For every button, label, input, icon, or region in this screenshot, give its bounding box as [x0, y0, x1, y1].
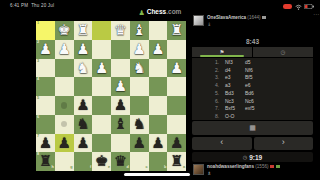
file-label-d: d — [126, 166, 128, 170]
square-d1[interactable]: ♛ — [111, 21, 130, 40]
white-move[interactable]: a3 — [225, 82, 245, 88]
file-label-g: g — [70, 166, 72, 170]
player-bottom-row[interactable]: noahdwasserlingfans (1556) ♗ — [193, 164, 313, 177]
black-rook-h8: ♜ — [39, 154, 52, 169]
black-move[interactable]: Bf5 — [245, 74, 253, 80]
white-move[interactable]: Nc3 — [225, 98, 245, 104]
square-b7[interactable]: ♟ — [149, 134, 168, 153]
move-navigation: ‹ › — [192, 137, 313, 150]
square-a5[interactable] — [167, 96, 186, 115]
square-h7[interactable]: 7♟ — [36, 134, 55, 153]
square-d3[interactable] — [111, 59, 130, 78]
file-label-e: e — [108, 166, 110, 170]
forward-arrow-icon: › — [282, 138, 285, 147]
legal-move-dot-g5[interactable] — [61, 102, 68, 109]
white-move[interactable]: Bxf5 — [225, 105, 245, 111]
player-top-name: OneSlavaAmerica (1644) — [207, 15, 266, 21]
black-move[interactable]: Bd6 — [245, 90, 254, 96]
white-pawn-b2: ♟ — [151, 42, 164, 57]
white-pawn-e3: ♟ — [95, 61, 108, 76]
square-e4[interactable] — [92, 77, 111, 96]
black-move[interactable]: e6 — [245, 82, 251, 88]
square-e2[interactable] — [92, 40, 111, 59]
square-f4[interactable] — [74, 77, 93, 96]
square-b5[interactable] — [149, 96, 168, 115]
square-c6[interactable]: ♞ — [130, 115, 149, 134]
chesscom-logo-text: Chess — [147, 8, 167, 15]
square-b2[interactable]: ♟ — [149, 40, 168, 59]
move-row-7: 7.Bxf5exf5 — [192, 105, 313, 113]
move-number: 6. — [215, 98, 225, 104]
move-row-3: 3.e3Bf5 — [192, 74, 313, 82]
square-h5[interactable]: 5 — [36, 96, 55, 115]
square-a3[interactable]: ♟ — [167, 59, 186, 78]
square-g6[interactable] — [55, 115, 74, 134]
rank-label-5: 5 — [37, 97, 39, 101]
square-b1[interactable] — [149, 21, 168, 40]
black-pawn-f7: ♟ — [76, 136, 89, 151]
move-number: 2. — [215, 67, 225, 73]
square-f2[interactable]: ♟ — [74, 40, 93, 59]
square-f7[interactable]: ♟ — [74, 134, 93, 153]
white-rook-a1: ♜ — [170, 23, 183, 38]
file-label-f: f — [90, 166, 91, 170]
board-options-button[interactable]: ▦ — [192, 121, 313, 135]
move-number: 7. — [215, 105, 225, 111]
square-a6[interactable] — [167, 115, 186, 134]
square-d8[interactable]: d♛ — [111, 152, 130, 171]
panel-tabs: ⚑ ◷ — [192, 47, 313, 57]
square-b3[interactable] — [149, 59, 168, 78]
black-pawn-h7: ♟ — [39, 136, 52, 151]
white-pawn-h2: ♟ — [39, 42, 52, 57]
app-screen: 6:41 PMThu 20 Jul ♟ Chess.com ⋯ 1♚♜♛♝♜2♟… — [0, 0, 320, 180]
black-queen-d8: ♛ — [114, 154, 127, 169]
square-c4[interactable] — [130, 77, 149, 96]
square-a8[interactable]: a♜ — [167, 152, 186, 171]
white-move[interactable]: e3 — [225, 74, 245, 80]
square-e3[interactable]: ♟ — [92, 59, 111, 78]
tab-moves[interactable]: ⚑ — [192, 47, 252, 57]
player-top-captured-pieces: ♝ — [207, 22, 266, 27]
player-bottom-captured-pieces: ♗ — [207, 171, 280, 176]
player-bottom-rating: (1556) — [255, 164, 268, 169]
player-top-avatar[interactable] — [193, 15, 204, 26]
rank-label-4: 4 — [37, 78, 39, 82]
move-row-8: 8.O-O — [192, 112, 313, 120]
black-move[interactable]: Nc6 — [245, 98, 254, 104]
square-g2[interactable]: ♟ — [55, 40, 74, 59]
black-pawn-c7: ♟ — [133, 136, 146, 151]
black-move[interactable]: d5 — [245, 59, 251, 65]
square-f6[interactable]: ♞ — [74, 115, 93, 134]
square-h3[interactable]: 3 — [36, 59, 55, 78]
black-king-e8: ♚ — [95, 154, 108, 169]
clock-icon: ◷ — [243, 154, 247, 160]
black-bishop-d6: ♝ — [114, 117, 127, 132]
white-move[interactable]: Bd3 — [225, 90, 245, 96]
black-move[interactable]: Nf6 — [245, 67, 253, 73]
white-pawn-g2: ♟ — [58, 42, 71, 57]
square-h8[interactable]: 8h♜ — [36, 152, 55, 171]
black-knight-c6: ♞ — [133, 117, 146, 132]
back-arrow-icon: ‹ — [220, 138, 223, 147]
square-f3[interactable]: ♞ — [74, 59, 93, 78]
white-move[interactable]: O-O — [225, 113, 245, 119]
black-pawn-f5: ♟ — [76, 98, 89, 113]
square-h2[interactable]: 2♟ — [36, 40, 55, 59]
rank-label-8: 8 — [37, 153, 39, 157]
clock-black-time: 9:19 — [249, 154, 262, 161]
file-label-h: h — [51, 166, 53, 170]
back-button[interactable]: ‹ — [192, 137, 252, 150]
player-bottom-flag-icon — [270, 165, 274, 168]
file-label-c: c — [145, 166, 147, 170]
move-number: 4. — [215, 82, 225, 88]
move-list: 1.Nf3d52.d4Nf63.e3Bf54.a3e65.Bd3Bd66.Nc3… — [192, 58, 313, 120]
forward-button[interactable]: › — [254, 137, 314, 150]
white-bishop-c1: ♝ — [133, 23, 146, 38]
black-pawn-a7: ♟ — [170, 136, 183, 151]
white-pawn-a3: ♟ — [170, 61, 183, 76]
square-e7[interactable] — [92, 134, 111, 153]
clock-black: ◷ 9:19 — [192, 152, 313, 162]
chess-board: 1♚♜♛♝♜2♟♟♟♟♟3♞♟♞♟4♟5♟♟6♞♝♞7♟♟♟♟♟♟8h♜gfe♚… — [36, 21, 186, 171]
white-king-g1: ♚ — [58, 23, 71, 38]
black-pawn-g7: ♟ — [58, 136, 71, 151]
black-knight-f6: ♞ — [76, 117, 89, 132]
white-pawn-f2: ♟ — [76, 42, 89, 57]
square-h1[interactable]: 1 — [36, 21, 55, 40]
square-g3[interactable] — [55, 59, 74, 78]
square-g4[interactable] — [55, 77, 74, 96]
white-rook-f1: ♜ — [76, 23, 89, 38]
move-row-2: 2.d4Nf6 — [192, 66, 313, 74]
square-c3[interactable]: ♞ — [130, 59, 149, 78]
white-move[interactable]: d4 — [225, 67, 245, 73]
move-row-6: 6.Nc3Nc6 — [192, 97, 313, 105]
square-f5[interactable]: ♟ — [74, 96, 93, 115]
chesscom-pawn-logo-icon: ♟ — [139, 9, 145, 17]
rank-label-6: 6 — [37, 116, 39, 120]
square-f1[interactable]: ♜ — [74, 21, 93, 40]
square-g5[interactable] — [55, 96, 74, 115]
black-rook-a8: ♜ — [170, 154, 183, 169]
chesscom-logo-suffix: .com — [166, 8, 181, 15]
square-b4[interactable] — [149, 77, 168, 96]
player-top-rating: (1644) — [247, 15, 260, 20]
square-c8[interactable]: c — [130, 152, 149, 171]
square-a1[interactable]: ♜ — [167, 21, 186, 40]
player-top-flag-icon — [262, 16, 266, 19]
move-number: 8. — [215, 113, 225, 119]
square-a2[interactable] — [167, 40, 186, 59]
square-h6[interactable]: 6 — [36, 115, 55, 134]
square-g7[interactable]: ♟ — [55, 134, 74, 153]
black-move[interactable]: exf5 — [245, 105, 254, 111]
move-row-4: 4.a3e6 — [192, 81, 313, 89]
square-d5[interactable]: ♟ — [111, 96, 130, 115]
legal-move-dot-g6[interactable] — [61, 121, 68, 128]
square-e5[interactable] — [92, 96, 111, 115]
white-move[interactable]: Nf3 — [225, 59, 245, 65]
square-d6[interactable]: ♝ — [111, 115, 130, 134]
home-indicator[interactable] — [124, 173, 190, 176]
square-c2[interactable]: ♟ — [130, 40, 149, 59]
file-label-b: b — [164, 166, 166, 170]
square-g1[interactable]: ♚ — [55, 21, 74, 40]
white-knight-c3: ♞ — [133, 61, 146, 76]
white-pawn-c2: ♟ — [133, 42, 146, 57]
clock-tab-icon: ◷ — [281, 49, 286, 55]
square-a7[interactable]: ♟ — [167, 134, 186, 153]
square-e1[interactable] — [92, 21, 111, 40]
player-bottom-badge-icon — [276, 165, 280, 168]
square-e6[interactable] — [92, 115, 111, 134]
black-pawn-b7: ♟ — [151, 136, 164, 151]
square-d7[interactable] — [111, 134, 130, 153]
square-f8[interactable]: f — [74, 152, 93, 171]
clock-white: 8:43 — [192, 38, 313, 45]
move-row-5: 5.Bd3Bd6 — [192, 89, 313, 97]
player-bottom-name: noahdwasserlingfans (1556) — [207, 164, 280, 170]
move-number: 5. — [215, 90, 225, 96]
square-b8[interactable]: b — [149, 152, 168, 171]
file-label-a: a — [183, 166, 185, 170]
tab-clock[interactable]: ◷ — [253, 47, 313, 57]
move-number: 1. — [215, 59, 225, 65]
square-d2[interactable] — [111, 40, 130, 59]
square-g8[interactable]: g — [55, 152, 74, 171]
header-menu-icon[interactable]: ⋯ — [313, 10, 319, 17]
active-tab-underline — [200, 55, 243, 57]
white-queen-d1: ♛ — [114, 23, 127, 38]
square-a4[interactable] — [167, 77, 186, 96]
grid-icon: ▦ — [249, 124, 256, 132]
move-number: 3. — [215, 74, 225, 80]
white-pawn-d4: ♟ — [114, 79, 127, 94]
square-b6[interactable] — [149, 115, 168, 134]
square-e8[interactable]: e♚ — [92, 152, 111, 171]
rank-label-7: 7 — [37, 135, 39, 139]
white-knight-f3: ♞ — [76, 61, 89, 76]
square-c7[interactable]: ♟ — [130, 134, 149, 153]
square-c1[interactable]: ♝ — [130, 21, 149, 40]
square-d4[interactable]: ♟ — [111, 77, 130, 96]
black-pawn-d5: ♟ — [114, 98, 127, 113]
square-h4[interactable]: 4 — [36, 77, 55, 96]
square-c5[interactable] — [130, 96, 149, 115]
player-bottom-avatar[interactable] — [193, 164, 204, 175]
player-top-row[interactable]: OneSlavaAmerica (1644) ♝ — [193, 15, 313, 28]
flag-tab-icon: ⚑ — [220, 49, 225, 55]
rank-label-2: 2 — [37, 41, 39, 45]
rank-label-1: 1 — [37, 22, 39, 26]
move-row-1: 1.Nf3d5 — [192, 58, 313, 66]
rank-label-3: 3 — [37, 60, 39, 64]
